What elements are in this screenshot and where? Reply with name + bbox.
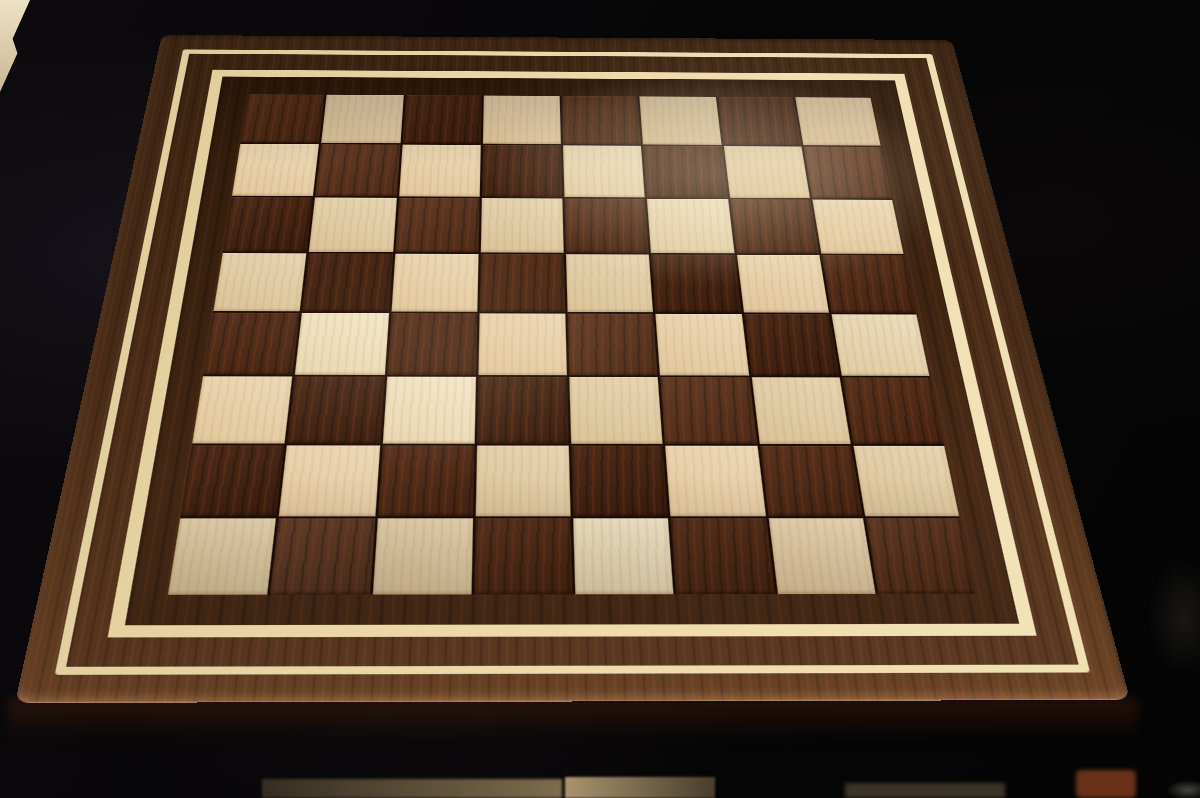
square-r2c1 xyxy=(309,197,396,252)
square-r3c2 xyxy=(391,253,478,311)
background-object-wood-left xyxy=(262,779,562,798)
background-object-corner xyxy=(1166,780,1200,798)
square-r2c0 xyxy=(223,197,313,252)
square-r0c4 xyxy=(562,96,641,145)
square-r4c6 xyxy=(744,314,840,376)
square-r1c3 xyxy=(482,145,563,197)
square-r6c4 xyxy=(571,445,668,516)
square-r7c3 xyxy=(474,518,573,594)
square-r1c7 xyxy=(803,147,891,198)
square-r6c7 xyxy=(853,445,959,516)
square-r1c5 xyxy=(643,146,727,197)
square-r3c6 xyxy=(736,255,828,313)
square-r0c6 xyxy=(717,97,801,146)
square-r3c1 xyxy=(302,253,392,311)
square-r3c7 xyxy=(821,255,916,313)
square-r4c2 xyxy=(387,313,477,375)
square-r0c5 xyxy=(640,96,721,145)
photo-scene xyxy=(0,0,1200,798)
square-r2c3 xyxy=(481,198,564,253)
square-r4c4 xyxy=(568,314,658,376)
maple-stripe xyxy=(108,70,1037,638)
square-r7c0 xyxy=(168,518,276,595)
square-r6c1 xyxy=(279,445,380,516)
square-r5c6 xyxy=(751,377,850,443)
square-r6c6 xyxy=(759,445,862,516)
square-r3c0 xyxy=(213,253,306,311)
square-r4c3 xyxy=(478,313,567,375)
square-r4c7 xyxy=(831,314,929,376)
square-r2c7 xyxy=(812,199,903,254)
square-r6c2 xyxy=(377,445,474,516)
background-object-wood-center xyxy=(565,777,715,798)
square-r7c5 xyxy=(671,518,775,594)
square-r5c2 xyxy=(382,377,475,443)
square-r5c7 xyxy=(842,378,944,444)
square-r6c5 xyxy=(665,445,765,516)
square-r5c3 xyxy=(477,377,569,443)
square-r0c3 xyxy=(483,96,561,145)
square-r5c1 xyxy=(287,377,384,443)
square-r3c3 xyxy=(479,254,565,312)
square-r1c4 xyxy=(563,146,645,198)
square-r0c1 xyxy=(321,95,403,144)
square-r0c7 xyxy=(795,97,881,145)
square-r7c7 xyxy=(865,518,975,594)
square-r1c2 xyxy=(399,145,481,197)
square-r7c4 xyxy=(573,518,674,594)
square-r4c5 xyxy=(656,314,749,376)
square-r5c0 xyxy=(192,377,292,444)
square-r5c4 xyxy=(569,377,662,443)
square-r2c5 xyxy=(647,198,734,253)
square-r1c1 xyxy=(315,144,399,196)
background-object-orange xyxy=(1076,770,1136,798)
board-field xyxy=(168,94,976,595)
square-r1c6 xyxy=(723,146,809,197)
walnut-band xyxy=(66,54,1079,667)
square-r7c6 xyxy=(768,518,875,594)
maple-pinstripe xyxy=(55,49,1090,674)
chess-board xyxy=(15,35,1130,703)
square-r6c0 xyxy=(181,445,285,516)
square-r7c2 xyxy=(372,518,473,594)
background-highlight-blob xyxy=(1148,560,1200,675)
square-r0c0 xyxy=(241,94,325,143)
square-r3c4 xyxy=(566,254,653,312)
square-r4c1 xyxy=(295,313,388,375)
square-r2c2 xyxy=(395,197,480,252)
square-r1c0 xyxy=(232,144,319,196)
board-shadow xyxy=(8,698,1138,740)
square-r3c5 xyxy=(651,254,741,312)
inner-walnut-band xyxy=(125,77,1019,626)
square-r6c3 xyxy=(475,445,570,516)
square-r7c1 xyxy=(270,518,374,595)
square-r2c6 xyxy=(730,199,819,254)
square-r0c2 xyxy=(402,95,481,144)
square-r5c5 xyxy=(660,377,756,443)
square-r4c0 xyxy=(203,313,300,375)
background-wall-sliver xyxy=(0,0,30,92)
background-object-wood-right xyxy=(845,783,1005,798)
square-r2c4 xyxy=(564,198,648,253)
